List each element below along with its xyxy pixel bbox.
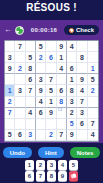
sudoku-board[interactable]: 7594352618928461637195137956842241837746… — [4, 40, 99, 142]
cell-r6c3[interactable] — [26, 97, 36, 108]
cell-r2c6[interactable]: 1 — [57, 52, 67, 63]
cell-r6c4[interactable]: 4 — [36, 97, 46, 108]
cell-r3c3[interactable]: 8 — [26, 63, 36, 74]
cell-r3c6[interactable]: 4 — [57, 63, 67, 74]
pencil-notes: 12 — [58, 108, 63, 112]
cell-r5c1[interactable]: 1 — [5, 85, 15, 96]
cell-r4c8[interactable]: 9 — [77, 74, 87, 85]
timer: 00:00:16 — [31, 27, 57, 33]
cell-r4c7[interactable]: 1 — [67, 74, 77, 85]
cell-r5c6[interactable]: 6 — [57, 85, 67, 96]
key-7[interactable]: 7 — [36, 171, 46, 181]
check-label: Check — [76, 27, 94, 33]
cell-r7c8[interactable]: 3 — [77, 108, 87, 119]
cell-r1c9[interactable] — [88, 41, 98, 52]
cell-r2c8[interactable]: 8 — [77, 52, 87, 63]
cell-r3c2[interactable]: 2 — [15, 63, 25, 74]
cell-r2c5[interactable]: 6 — [46, 52, 56, 63]
cell-r6c7[interactable]: 3 — [67, 97, 77, 108]
back-icon[interactable]: ← — [4, 26, 12, 34]
cell-r3c1[interactable]: 9 — [5, 63, 15, 74]
cell-r2c1[interactable]: 3 — [5, 52, 15, 63]
cell-r6c2[interactable] — [15, 97, 25, 108]
cell-r1c7[interactable]: 4 — [67, 41, 77, 52]
cell-r2c4[interactable]: 2 — [36, 52, 46, 63]
cell-r6c1[interactable]: 2 — [5, 97, 15, 108]
cell-r5c3[interactable]: 7 — [26, 85, 36, 96]
cell-r1c2[interactable]: 7 — [15, 41, 25, 52]
cell-r8c1[interactable] — [5, 119, 15, 130]
cell-r2c9[interactable] — [88, 52, 98, 63]
magnifier-icon — [69, 28, 74, 33]
cell-r8c6[interactable] — [57, 119, 67, 130]
cell-r7c2[interactable] — [15, 108, 25, 119]
cell-r7c4[interactable]: 6 — [36, 108, 46, 119]
cell-r9c8[interactable] — [77, 130, 87, 141]
cell-r3c4[interactable] — [36, 63, 46, 74]
cell-r4c1[interactable] — [5, 74, 15, 85]
cell-r9c4[interactable] — [36, 130, 46, 141]
eraser-key[interactable] — [69, 171, 79, 181]
cell-r1c6[interactable]: 9 — [57, 41, 67, 52]
cell-r8c3[interactable] — [26, 119, 36, 130]
cell-r3c9[interactable]: 1 — [88, 63, 98, 74]
cell-r7c6[interactable]: 12 — [57, 108, 67, 119]
cell-r4c3[interactable]: 6 — [26, 74, 36, 85]
check-button[interactable]: Check — [64, 25, 99, 35]
cell-r9c7[interactable]: 9 — [67, 130, 77, 141]
key-9[interactable]: 9 — [58, 171, 68, 181]
cell-r6c6[interactable]: 8 — [57, 97, 67, 108]
cell-r3c5[interactable] — [46, 63, 56, 74]
cell-r5c4[interactable]: 9 — [36, 85, 46, 96]
key-5[interactable]: 5 — [69, 160, 79, 170]
cell-r9c3[interactable]: 3 — [26, 130, 36, 141]
globe-icon[interactable] — [15, 26, 24, 35]
cell-r8c8[interactable]: 6 — [77, 119, 87, 130]
action-buttons: Undo Hint Notes — [0, 147, 103, 158]
cell-r2c3[interactable]: 5 — [26, 52, 36, 63]
cell-r2c7[interactable] — [67, 52, 77, 63]
cell-r2c2[interactable] — [15, 52, 25, 63]
cell-r8c2[interactable] — [15, 119, 25, 130]
key-6[interactable]: 6 — [25, 171, 35, 181]
cell-r8c5[interactable] — [46, 119, 56, 130]
cell-r9c2[interactable]: 6 — [15, 130, 25, 141]
cell-r7c7[interactable]: 2 — [67, 108, 77, 119]
cell-r3c8[interactable] — [77, 63, 87, 74]
cell-r5c9[interactable]: 2 — [88, 85, 98, 96]
cell-r1c3[interactable] — [26, 41, 36, 52]
cell-r5c7[interactable]: 8 — [67, 85, 77, 96]
number-keypad: 123456789 — [0, 160, 103, 181]
cell-r1c1[interactable] — [5, 41, 15, 52]
key-1[interactable]: 1 — [25, 160, 35, 170]
cell-r9c5[interactable]: 2 — [46, 130, 56, 141]
cell-r1c8[interactable] — [77, 41, 87, 52]
key-8[interactable]: 8 — [47, 171, 57, 181]
cell-r9c6[interactable]: 7 — [57, 130, 67, 141]
cell-r4c2[interactable] — [15, 74, 25, 85]
cell-r7c5[interactable]: 9 — [46, 108, 56, 119]
cell-r5c2[interactable]: 3 — [15, 85, 25, 96]
cell-r4c6[interactable] — [57, 74, 67, 85]
key-4[interactable]: 4 — [58, 160, 68, 170]
cell-r4c4[interactable]: 3 — [36, 74, 46, 85]
undo-button[interactable]: Undo — [3, 147, 32, 158]
cell-r6c5[interactable]: 1 — [46, 97, 56, 108]
cell-r7c9[interactable] — [88, 108, 98, 119]
cell-r7c3[interactable]: 4 — [26, 108, 36, 119]
cell-r4c9[interactable]: 5 — [88, 74, 98, 85]
cell-r1c5[interactable] — [46, 41, 56, 52]
cell-r8c4[interactable] — [36, 119, 46, 130]
cell-r6c9[interactable] — [88, 97, 98, 108]
cell-r6c8[interactable]: 7 — [77, 97, 87, 108]
cell-r9c1[interactable]: 5 — [5, 130, 15, 141]
cell-r9c9[interactable]: 4 — [88, 130, 98, 141]
cell-r5c5[interactable]: 5 — [46, 85, 56, 96]
cell-r3c7[interactable]: 6 — [67, 63, 77, 74]
cell-r1c4[interactable]: 5 — [36, 41, 46, 52]
header-bar: ← 00:00:16 Check — [0, 22, 103, 38]
cell-r4c5[interactable]: 7 — [46, 74, 56, 85]
cell-r5c8[interactable]: 4 — [77, 85, 87, 96]
cell-r7c1[interactable]: 7 — [5, 108, 15, 119]
cell-r8c7[interactable]: 5 — [67, 119, 77, 130]
cell-r8c9[interactable]: 7 — [88, 119, 98, 130]
key-2[interactable]: 2 — [36, 160, 46, 170]
key-3[interactable]: 3 — [47, 160, 57, 170]
hint-button[interactable]: Hint — [38, 147, 64, 158]
notes-button[interactable]: Notes — [70, 147, 101, 158]
eraser-icon — [71, 173, 77, 178]
page-title: RÉSOUS ! — [0, 2, 103, 13]
